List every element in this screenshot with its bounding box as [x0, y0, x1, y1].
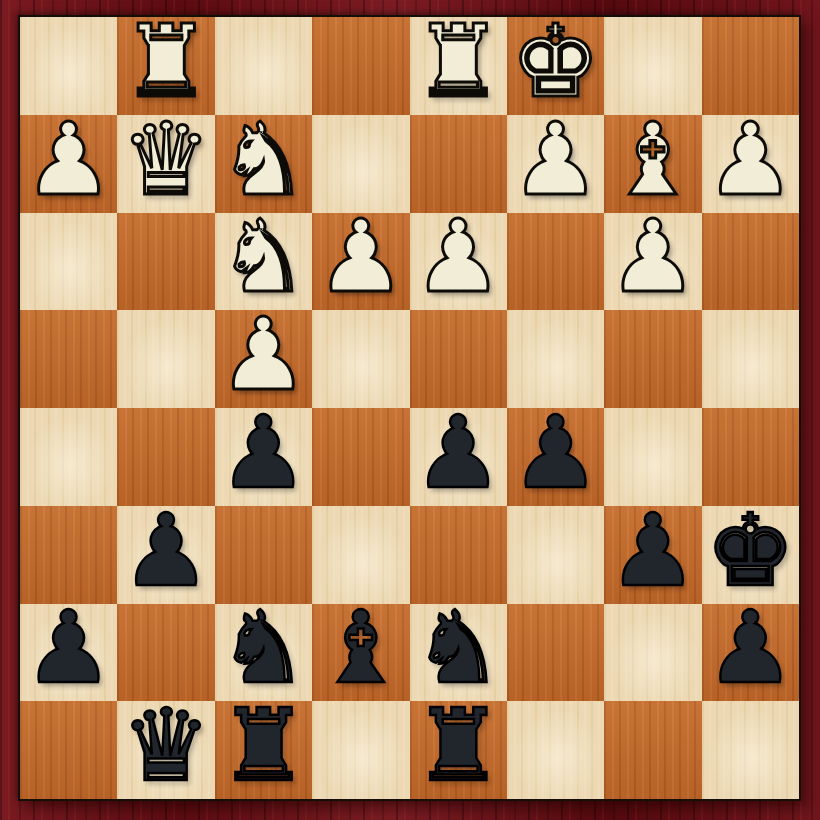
black-king[interactable]: ♚	[705, 501, 795, 601]
square-b4[interactable]	[604, 310, 701, 408]
square-b3[interactable]: ♟	[604, 213, 701, 311]
square-b6[interactable]: ♟	[604, 506, 701, 604]
black-rook[interactable]: ♜	[413, 696, 503, 796]
square-c3[interactable]	[507, 213, 604, 311]
chess-board: ♜♜♚♟♛♞♟♝♟♞♟♟♟♟♟♟♟♟♟♚♟♞♝♞♟♛♜♜	[18, 15, 801, 801]
black-pawn[interactable]: ♟	[705, 598, 795, 698]
square-e3[interactable]: ♟	[312, 213, 409, 311]
white-rook[interactable]: ♜	[413, 12, 503, 112]
square-h2[interactable]: ♟	[20, 115, 117, 213]
black-pawn[interactable]: ♟	[608, 501, 698, 601]
square-e4[interactable]	[312, 310, 409, 408]
square-g8[interactable]: ♛	[117, 701, 214, 799]
black-knight[interactable]: ♞	[219, 598, 309, 698]
white-bishop[interactable]: ♝	[608, 110, 698, 210]
square-f5[interactable]: ♟	[215, 408, 312, 506]
white-pawn[interactable]: ♟	[705, 110, 795, 210]
square-b7[interactable]	[604, 604, 701, 702]
square-e5[interactable]	[312, 408, 409, 506]
square-h8[interactable]	[20, 701, 117, 799]
square-d5[interactable]: ♟	[410, 408, 507, 506]
black-pawn[interactable]: ♟	[24, 598, 114, 698]
square-c5[interactable]: ♟	[507, 408, 604, 506]
square-g6[interactable]: ♟	[117, 506, 214, 604]
square-a8[interactable]	[702, 701, 799, 799]
white-queen[interactable]: ♛	[121, 110, 211, 210]
square-c8[interactable]	[507, 701, 604, 799]
black-pawn[interactable]: ♟	[511, 403, 601, 503]
white-knight[interactable]: ♞	[219, 207, 309, 307]
white-pawn[interactable]: ♟	[316, 207, 406, 307]
square-g3[interactable]	[117, 213, 214, 311]
square-f8[interactable]: ♜	[215, 701, 312, 799]
square-c6[interactable]	[507, 506, 604, 604]
square-d1[interactable]: ♜	[410, 17, 507, 115]
square-a7[interactable]: ♟	[702, 604, 799, 702]
black-queen[interactable]: ♛	[121, 696, 211, 796]
square-e1[interactable]	[312, 17, 409, 115]
white-pawn[interactable]: ♟	[413, 207, 503, 307]
white-pawn[interactable]: ♟	[511, 110, 601, 210]
square-a4[interactable]	[702, 310, 799, 408]
square-b8[interactable]	[604, 701, 701, 799]
square-e7[interactable]: ♝	[312, 604, 409, 702]
black-bishop[interactable]: ♝	[316, 598, 406, 698]
square-d8[interactable]: ♜	[410, 701, 507, 799]
square-h3[interactable]	[20, 213, 117, 311]
square-c2[interactable]: ♟	[507, 115, 604, 213]
square-h4[interactable]	[20, 310, 117, 408]
screenshot-canvas: ♜♜♚♟♛♞♟♝♟♞♟♟♟♟♟♟♟♟♟♚♟♞♝♞♟♛♜♜	[0, 0, 820, 820]
white-knight[interactable]: ♞	[219, 110, 309, 210]
white-pawn[interactable]: ♟	[24, 110, 114, 210]
square-c7[interactable]	[507, 604, 604, 702]
black-pawn[interactable]: ♟	[121, 501, 211, 601]
white-rook[interactable]: ♜	[121, 12, 211, 112]
square-h7[interactable]: ♟	[20, 604, 117, 702]
square-a2[interactable]: ♟	[702, 115, 799, 213]
square-g4[interactable]	[117, 310, 214, 408]
white-pawn[interactable]: ♟	[608, 207, 698, 307]
square-d3[interactable]: ♟	[410, 213, 507, 311]
square-g2[interactable]: ♛	[117, 115, 214, 213]
black-knight[interactable]: ♞	[413, 598, 503, 698]
black-pawn[interactable]: ♟	[413, 403, 503, 503]
white-king[interactable]: ♚	[511, 12, 601, 112]
black-pawn[interactable]: ♟	[219, 403, 309, 503]
black-rook[interactable]: ♜	[219, 696, 309, 796]
white-pawn[interactable]: ♟	[219, 305, 309, 405]
square-a3[interactable]	[702, 213, 799, 311]
square-e8[interactable]	[312, 701, 409, 799]
square-h5[interactable]	[20, 408, 117, 506]
